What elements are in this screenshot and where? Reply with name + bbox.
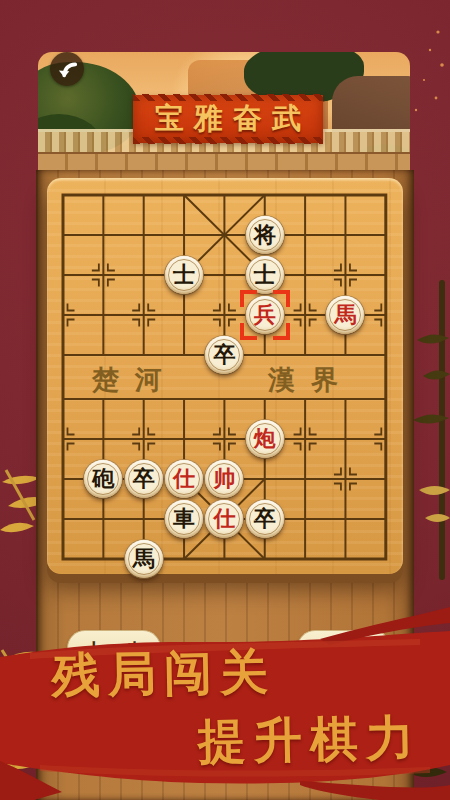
piece-black-砲[interactable]: 砲 (84, 460, 122, 498)
level-title: 宝雅奋武 (145, 99, 311, 139)
piece-black-将[interactable]: 将 (246, 216, 284, 254)
piece-glyph: 砲 (92, 468, 114, 490)
back-button[interactable] (50, 52, 84, 86)
piece-black-卒[interactable]: 卒 (205, 336, 243, 374)
level-title-banner: 宝雅奋武 (133, 95, 323, 143)
piece-black-卒[interactable]: 卒 (246, 500, 284, 538)
piece-glyph: 卒 (133, 468, 155, 490)
piece-glyph: 卒 (254, 508, 276, 530)
xiangqi-board[interactable]: 楚河 漢界 将士士兵馬卒炮砲卒仕帅車仕卒馬 (47, 178, 403, 574)
piece-red-仕[interactable]: 仕 (205, 500, 243, 538)
river-label-right: 漢界 (261, 362, 361, 398)
previous-step-button[interactable]: 上一步 (67, 630, 161, 672)
piece-glyph: 将 (254, 224, 276, 246)
piece-red-炮[interactable]: 炮 (246, 420, 284, 458)
piece-glyph: 仕 (213, 508, 235, 530)
piece-black-車[interactable]: 車 (165, 500, 203, 538)
next-step-button[interactable]: 下一步 (297, 630, 391, 672)
piece-glyph: 卒 (213, 344, 235, 366)
piece-red-仕[interactable]: 仕 (165, 460, 203, 498)
piece-red-兵[interactable]: 兵 (246, 296, 284, 334)
back-arrow-icon (56, 58, 78, 80)
piece-glyph: 馬 (133, 548, 155, 570)
piece-glyph: 仕 (173, 468, 195, 490)
piece-glyph: 馬 (334, 304, 356, 326)
piece-black-士[interactable]: 士 (165, 256, 203, 294)
piece-glyph: 車 (173, 508, 195, 530)
piece-glyph: 兵 (254, 304, 276, 326)
piece-black-馬[interactable]: 馬 (125, 540, 163, 578)
app-root: 宝雅奋武 楚河 漢界 将士士兵馬卒炮砲卒仕帅車仕卒馬 上一步 下一步 残局闯关 … (0, 0, 450, 800)
piece-red-馬[interactable]: 馬 (326, 296, 364, 334)
piece-red-帅[interactable]: 帅 (205, 460, 243, 498)
piece-glyph: 士 (173, 264, 195, 286)
piece-glyph: 帅 (213, 468, 235, 490)
piece-black-士[interactable]: 士 (246, 256, 284, 294)
river-label-left: 楚河 (85, 362, 185, 398)
piece-black-卒[interactable]: 卒 (125, 460, 163, 498)
piece-glyph: 炮 (254, 428, 276, 450)
piece-glyph: 士 (254, 264, 276, 286)
